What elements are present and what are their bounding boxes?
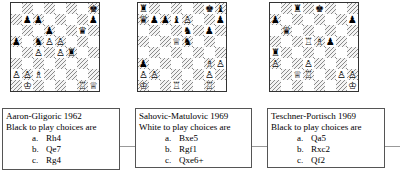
square-c7[interactable] (292, 14, 303, 25)
square-f2[interactable] (193, 69, 204, 80)
choice-move: Rg4 (46, 155, 61, 165)
choice-letter: b. (165, 144, 179, 155)
piece-white-pawn[interactable]: ♙ (22, 69, 33, 80)
piece-white-rook[interactable]: ♖ (303, 36, 314, 47)
choice-move: Qe7 (46, 144, 61, 154)
piece-black-bishop[interactable]: ♝ (171, 14, 182, 25)
piece-black-pawn[interactable]: ♟ (22, 14, 33, 25)
square-e3[interactable] (55, 58, 66, 69)
choice-a[interactable]: a.Rh4 (6, 133, 116, 144)
square-g8[interactable] (77, 3, 88, 14)
square-b6[interactable] (22, 25, 33, 36)
square-d5[interactable]: ♖ (303, 36, 314, 47)
square-g1[interactable]: ♖ (77, 80, 88, 91)
square-f4[interactable]: ♜ (66, 47, 77, 58)
square-a8[interactable] (11, 3, 22, 14)
square-g8[interactable]: ♚ (204, 3, 215, 14)
piece-white-pawn[interactable]: ♙ (336, 69, 347, 80)
piece-black-rook[interactable]: ♜ (270, 47, 281, 58)
piece-black-queen[interactable]: ♛ (77, 25, 88, 36)
caption-box-1: Aaron-Gligoric 1962 Black to play choice… (2, 108, 120, 170)
piece-white-pawn[interactable]: ♙ (33, 47, 44, 58)
piece-black-pawn[interactable]: ♟ (270, 14, 281, 25)
square-e6[interactable] (55, 25, 66, 36)
puzzle-prompt: Black to play choices are (271, 122, 381, 133)
square-g5[interactable] (77, 36, 88, 47)
square-a6[interactable] (270, 25, 281, 36)
puzzle-prompt: White to play choices are (139, 122, 248, 133)
square-e5[interactable]: ♙ (55, 36, 66, 47)
square-d4[interactable] (171, 47, 182, 58)
square-g4[interactable] (336, 47, 347, 58)
square-h3[interactable] (88, 58, 99, 69)
piece-white-queen[interactable]: ♕ (88, 80, 99, 91)
square-a2[interactable] (270, 69, 281, 80)
square-h4[interactable] (215, 47, 226, 58)
piece-white-bishop[interactable]: ♗ (314, 36, 325, 47)
square-f2[interactable] (325, 69, 336, 80)
piece-white-pawn[interactable]: ♙ (149, 69, 160, 80)
square-e8[interactable]: ♚ (314, 3, 325, 14)
square-h3[interactable] (347, 58, 358, 69)
square-g5[interactable] (336, 36, 347, 47)
square-f3[interactable] (66, 58, 77, 69)
square-d6[interactable] (303, 25, 314, 36)
square-e7[interactable] (55, 14, 66, 25)
square-a1[interactable] (270, 80, 281, 91)
square-a1[interactable] (11, 80, 22, 91)
square-g6[interactable]: ♟ (204, 25, 215, 36)
square-e4[interactable] (182, 47, 193, 58)
square-g4[interactable] (77, 47, 88, 58)
chess-board-2: ♜♚♝♛♟♟♝♙♟♞♟♕♞♟♗♙♙♙♙♔♖♖ (137, 2, 227, 92)
puzzle-prompt: Black to play choices are (6, 122, 116, 133)
piece-white-rook[interactable]: ♖ (171, 80, 182, 91)
square-g6[interactable] (336, 25, 347, 36)
piece-black-pawn[interactable]: ♟ (33, 14, 44, 25)
square-e1[interactable] (314, 80, 325, 91)
square-c1[interactable] (160, 80, 171, 91)
square-a1[interactable]: ♔ (138, 80, 149, 91)
square-e8[interactable] (182, 3, 193, 14)
square-h3[interactable]: ♙ (215, 58, 226, 69)
piece-white-rook[interactable]: ♖ (77, 80, 88, 91)
square-h8[interactable] (347, 3, 358, 14)
square-h5[interactable] (347, 36, 358, 47)
choice-c[interactable]: c.Qxe6+ (139, 155, 248, 166)
square-d7[interactable]: ♝ (171, 14, 182, 25)
square-h7[interactable]: ♟ (215, 14, 226, 25)
square-g7[interactable] (204, 14, 215, 25)
choice-move: Rh4 (46, 133, 61, 143)
choice-letter: c. (297, 155, 311, 166)
square-d1[interactable] (303, 80, 314, 91)
piece-white-pawn[interactable]: ♙ (55, 36, 66, 47)
square-a3[interactable]: ♙ (270, 58, 281, 69)
square-a5[interactable] (270, 36, 281, 47)
square-b7[interactable] (281, 14, 292, 25)
square-c7[interactable]: ♟ (33, 14, 44, 25)
choice-move: Qxe6+ (179, 155, 204, 165)
square-b8[interactable] (149, 3, 160, 14)
square-f6[interactable] (325, 25, 336, 36)
piece-black-knight[interactable]: ♞ (182, 25, 193, 36)
chess-board-3: ♜♚♟♟♛♖♗♟♜♙♙♕♖♙♙♔ (269, 2, 359, 92)
square-c3[interactable] (33, 58, 44, 69)
square-g4[interactable] (204, 47, 215, 58)
square-d7[interactable] (303, 14, 314, 25)
piece-black-pawn[interactable]: ♟ (204, 25, 215, 36)
choice-letter: b. (297, 144, 311, 155)
square-c4[interactable]: ♙ (33, 47, 44, 58)
square-a5[interactable] (138, 36, 149, 47)
square-c4[interactable] (292, 47, 303, 58)
square-h5[interactable] (88, 36, 99, 47)
square-f2[interactable] (66, 69, 77, 80)
puzzle-title: Teschner-Portisch 1969 (271, 111, 381, 122)
piece-black-rook[interactable]: ♜ (66, 47, 77, 58)
square-c8[interactable]: ♜ (292, 3, 303, 14)
square-b1[interactable]: ♔ (22, 80, 33, 91)
piece-white-pawn[interactable]: ♙ (204, 69, 215, 80)
choice-letter: a. (165, 133, 179, 144)
square-h1[interactable] (215, 80, 226, 91)
piece-white-rook[interactable]: ♖ (204, 80, 215, 91)
square-b7[interactable]: ♟ (22, 14, 33, 25)
piece-black-pawn[interactable]: ♟ (160, 14, 171, 25)
square-c8[interactable] (160, 3, 171, 14)
square-c5[interactable] (160, 36, 171, 47)
square-a7[interactable]: ♛ (138, 14, 149, 25)
caption-box-2: Sahovic-Matulovic 1969 White to play cho… (135, 108, 252, 168)
square-a3[interactable]: ♟ (138, 58, 149, 69)
square-d4[interactable] (44, 47, 55, 58)
choice-move: Rxc2 (311, 144, 330, 154)
square-b5[interactable] (281, 36, 292, 47)
square-b3[interactable] (22, 58, 33, 69)
choice-b[interactable]: b.Rgf1 (139, 144, 248, 155)
square-c2[interactable]: ♗ (33, 69, 44, 80)
square-h4[interactable] (347, 47, 358, 58)
piece-white-bishop[interactable]: ♗ (204, 58, 215, 69)
piece-black-king[interactable]: ♚ (204, 3, 215, 14)
square-f5[interactable] (66, 36, 77, 47)
square-f6[interactable] (193, 25, 204, 36)
square-b3[interactable] (149, 58, 160, 69)
square-g2[interactable] (77, 69, 88, 80)
choice-a[interactable]: a.Qa5 (271, 133, 381, 144)
square-b5[interactable] (22, 36, 33, 47)
piece-white-pawn[interactable]: ♙ (270, 58, 281, 69)
square-b2[interactable] (281, 69, 292, 80)
piece-white-king[interactable]: ♔ (347, 80, 358, 91)
square-a2[interactable]: ♙ (11, 69, 22, 80)
square-d2[interactable] (44, 69, 55, 80)
square-d8[interactable] (303, 3, 314, 14)
piece-black-pawn[interactable]: ♟ (11, 36, 22, 47)
piece-black-rook[interactable]: ♜ (292, 3, 303, 14)
square-c6[interactable] (33, 25, 44, 36)
square-g8[interactable] (336, 3, 347, 14)
table-divider-line (385, 146, 400, 147)
piece-white-pawn[interactable]: ♙ (138, 69, 149, 80)
square-h8[interactable]: ♚ (88, 3, 99, 14)
square-g1[interactable]: ♖ (204, 80, 215, 91)
chess-board-1: ♚♟♟♟♟♛♟♞♙♙♙♙♜♙♙♗♔♖♕ (10, 2, 100, 92)
square-c3[interactable] (292, 58, 303, 69)
square-b1[interactable] (149, 80, 160, 91)
square-a4[interactable]: ♜ (270, 47, 281, 58)
square-d6[interactable] (171, 25, 182, 36)
piece-white-bishop[interactable]: ♗ (33, 69, 44, 80)
square-g5[interactable] (204, 36, 215, 47)
square-d6[interactable]: ♟ (44, 25, 55, 36)
piece-black-pawn[interactable]: ♟ (325, 36, 336, 47)
square-d3[interactable] (44, 58, 55, 69)
choice-a[interactable]: a.Bxe5 (139, 133, 248, 144)
square-c2[interactable] (160, 69, 171, 80)
piece-white-queen[interactable]: ♕ (292, 69, 303, 80)
square-c2[interactable]: ♕ (292, 69, 303, 80)
square-e7[interactable] (314, 14, 325, 25)
square-h2[interactable]: ♙ (347, 69, 358, 80)
square-f1[interactable] (325, 80, 336, 91)
piece-white-pawn[interactable]: ♙ (182, 14, 193, 25)
piece-black-pawn[interactable]: ♟ (44, 25, 55, 36)
choice-letter: a. (32, 133, 46, 144)
choice-letter: c. (32, 155, 46, 166)
square-a6[interactable] (138, 25, 149, 36)
piece-white-pawn[interactable]: ♙ (347, 69, 358, 80)
square-c5[interactable] (292, 36, 303, 47)
piece-white-queen[interactable]: ♕ (171, 36, 182, 47)
piece-black-queen[interactable]: ♛ (138, 14, 149, 25)
square-f4[interactable] (325, 47, 336, 58)
square-h7[interactable]: ♟ (347, 14, 358, 25)
square-e7[interactable]: ♙ (182, 14, 193, 25)
piece-black-bishop[interactable]: ♝ (215, 3, 226, 14)
choice-letter: c. (165, 155, 179, 166)
piece-black-pawn[interactable]: ♟ (347, 14, 358, 25)
square-b1[interactable] (281, 80, 292, 91)
square-g3[interactable] (336, 58, 347, 69)
square-h1[interactable]: ♔ (347, 80, 358, 91)
square-c4[interactable] (160, 47, 171, 58)
choice-move: Qa5 (311, 133, 326, 143)
square-d5[interactable]: ♕ (171, 36, 182, 47)
piece-white-pawn[interactable]: ♙ (44, 36, 55, 47)
square-a7[interactable] (11, 14, 22, 25)
square-c1[interactable] (292, 80, 303, 91)
square-g7[interactable] (336, 14, 347, 25)
piece-white-pawn[interactable]: ♙ (55, 47, 66, 58)
piece-white-king[interactable]: ♔ (138, 80, 149, 91)
square-d1[interactable]: ♖ (171, 80, 182, 91)
puzzle-title: Aaron-Gligoric 1962 (6, 111, 116, 122)
piece-black-pawn[interactable]: ♟ (138, 58, 149, 69)
choice-move: Bxe5 (179, 133, 198, 143)
square-d7[interactable] (44, 14, 55, 25)
piece-black-rook[interactable]: ♜ (138, 3, 149, 14)
square-c6[interactable] (160, 25, 171, 36)
choice-move: Rgf1 (179, 144, 197, 154)
square-b6[interactable] (149, 25, 160, 36)
piece-black-pawn[interactable]: ♟ (215, 14, 226, 25)
square-e2[interactable] (314, 69, 325, 80)
square-f8[interactable] (325, 3, 336, 14)
square-e1[interactable] (182, 80, 193, 91)
square-e5[interactable]: ♞ (182, 36, 193, 47)
choice-b[interactable]: b.Qe7 (6, 144, 116, 155)
square-f6[interactable] (66, 25, 77, 36)
square-g3[interactable] (77, 58, 88, 69)
square-d8[interactable] (44, 3, 55, 14)
square-b2[interactable]: ♙ (22, 69, 33, 80)
square-a8[interactable]: ♜ (138, 3, 149, 14)
choice-list: a.Qa5b.Rxc2c.Qf2 (271, 133, 381, 166)
piece-black-pawn[interactable]: ♟ (149, 14, 160, 25)
piece-white-pawn[interactable]: ♙ (11, 69, 22, 80)
square-a4[interactable] (11, 47, 22, 58)
square-b4[interactable] (22, 47, 33, 58)
square-g6[interactable]: ♛ (77, 25, 88, 36)
square-b8[interactable] (281, 3, 292, 14)
square-e6[interactable]: ♞ (182, 25, 193, 36)
piece-black-queen[interactable]: ♛ (281, 25, 292, 36)
square-f3[interactable] (193, 58, 204, 69)
square-b6[interactable]: ♛ (281, 25, 292, 36)
square-e4[interactable] (314, 47, 325, 58)
square-h7[interactable]: ♟ (88, 14, 99, 25)
square-h6[interactable] (215, 25, 226, 36)
square-d8[interactable] (171, 3, 182, 14)
puzzle-title: Sahovic-Matulovic 1969 (139, 111, 248, 122)
square-h1[interactable]: ♕ (88, 80, 99, 91)
square-b8[interactable] (22, 3, 33, 14)
square-b3[interactable] (281, 58, 292, 69)
square-c8[interactable] (33, 3, 44, 14)
square-a2[interactable]: ♙ (138, 69, 149, 80)
table-divider-line (120, 146, 135, 147)
square-f7[interactable] (66, 14, 77, 25)
piece-black-knight[interactable]: ♞ (33, 36, 44, 47)
square-d2[interactable] (171, 69, 182, 80)
square-h5[interactable] (215, 36, 226, 47)
piece-black-king[interactable]: ♚ (314, 3, 325, 14)
square-h6[interactable] (88, 25, 99, 36)
piece-black-knight[interactable]: ♞ (182, 36, 193, 47)
choice-list: a.Rh4b.Qe7c.Rg4 (6, 133, 116, 166)
choice-letter: b. (32, 144, 46, 155)
square-b2[interactable]: ♙ (149, 69, 160, 80)
square-e6[interactable] (314, 25, 325, 36)
square-a5[interactable]: ♟ (11, 36, 22, 47)
caption-box-3: Teschner-Portisch 1969 Black to play cho… (267, 108, 385, 168)
piece-white-rook[interactable]: ♖ (303, 69, 314, 80)
square-d4[interactable] (303, 47, 314, 58)
square-a6[interactable] (11, 25, 22, 36)
square-e3[interactable] (314, 58, 325, 69)
square-e2[interactable] (55, 69, 66, 80)
square-b5[interactable] (149, 36, 160, 47)
choice-letter: a. (297, 133, 311, 144)
square-f8[interactable] (193, 3, 204, 14)
square-g7[interactable] (77, 14, 88, 25)
choice-b[interactable]: b.Rxc2 (271, 144, 381, 155)
square-b4[interactable] (281, 47, 292, 58)
square-g2[interactable]: ♙ (336, 69, 347, 80)
choice-c[interactable]: c.Rg4 (6, 155, 116, 166)
square-a7[interactable]: ♟ (270, 14, 281, 25)
square-f7[interactable] (193, 14, 204, 25)
square-g3[interactable]: ♗ (204, 58, 215, 69)
square-h8[interactable]: ♝ (215, 3, 226, 14)
square-a8[interactable] (270, 3, 281, 14)
square-e2[interactable] (182, 69, 193, 80)
square-c7[interactable]: ♟ (160, 14, 171, 25)
square-d3[interactable] (171, 58, 182, 69)
square-c3[interactable] (160, 58, 171, 69)
square-e1[interactable] (55, 80, 66, 91)
square-f7[interactable] (325, 14, 336, 25)
piece-black-pawn[interactable]: ♟ (88, 14, 99, 25)
choice-move: Qf2 (311, 155, 325, 165)
piece-white-king[interactable]: ♔ (22, 80, 33, 91)
square-f4[interactable] (193, 47, 204, 58)
choice-c[interactable]: c.Qf2 (271, 155, 381, 166)
square-b7[interactable]: ♟ (149, 14, 160, 25)
square-f1[interactable] (193, 80, 204, 91)
square-f8[interactable] (66, 3, 77, 14)
square-e8[interactable] (55, 3, 66, 14)
square-c6[interactable] (292, 25, 303, 36)
square-e4[interactable]: ♙ (55, 47, 66, 58)
square-d3[interactable]: ♙ (303, 58, 314, 69)
square-f5[interactable] (193, 36, 204, 47)
square-g2[interactable]: ♙ (204, 69, 215, 80)
square-h2[interactable] (88, 69, 99, 80)
square-f1[interactable] (66, 80, 77, 91)
square-e3[interactable] (182, 58, 193, 69)
square-d5[interactable]: ♙ (44, 36, 55, 47)
table-divider-line (252, 146, 267, 147)
square-e5[interactable]: ♗ (314, 36, 325, 47)
piece-white-pawn[interactable]: ♙ (303, 58, 314, 69)
choice-list: a.Bxe5b.Rgf1c.Qxe6+ (139, 133, 248, 166)
square-a4[interactable] (138, 47, 149, 58)
square-c5[interactable]: ♞ (33, 36, 44, 47)
square-c1[interactable] (33, 80, 44, 91)
piece-white-pawn[interactable]: ♙ (215, 58, 226, 69)
square-d1[interactable] (44, 80, 55, 91)
square-a3[interactable] (11, 58, 22, 69)
square-h4[interactable] (88, 47, 99, 58)
square-g1[interactable] (336, 80, 347, 91)
square-f5[interactable]: ♟ (325, 36, 336, 47)
square-d2[interactable]: ♖ (303, 69, 314, 80)
square-b4[interactable] (149, 47, 160, 58)
square-h6[interactable] (347, 25, 358, 36)
square-f3[interactable] (325, 58, 336, 69)
square-h2[interactable] (215, 69, 226, 80)
piece-black-king[interactable]: ♚ (88, 3, 99, 14)
